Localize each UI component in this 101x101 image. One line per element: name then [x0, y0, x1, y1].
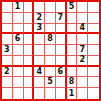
cell-r2c8[interactable]: [77, 13, 88, 24]
cell-r2c9[interactable]: [88, 13, 99, 24]
cell-r8c5[interactable]: 5: [45, 77, 56, 88]
cell-r4c8[interactable]: [77, 34, 88, 45]
cell-r1c8[interactable]: [77, 2, 88, 13]
cell-r5c1[interactable]: 3: [2, 45, 13, 56]
given-digit: 1: [15, 3, 21, 11]
cell-r7c3[interactable]: [24, 67, 35, 78]
cell-r1c1[interactable]: [2, 2, 13, 13]
cell-r7c4[interactable]: 4: [34, 67, 45, 78]
cell-r7c5[interactable]: [45, 67, 56, 78]
cell-r6c6[interactable]: [56, 56, 67, 67]
cell-r1c4[interactable]: [34, 2, 45, 13]
cell-r9c9[interactable]: [88, 88, 99, 99]
cell-r5c8[interactable]: 7: [77, 45, 88, 56]
given-digit: 8: [69, 78, 75, 86]
given-digit: 4: [36, 68, 42, 76]
cell-r1c3[interactable]: [24, 2, 35, 13]
cell-r1c7[interactable]: 5: [67, 2, 78, 13]
cell-r4c3[interactable]: [24, 34, 35, 45]
cell-r3c9[interactable]: [88, 24, 99, 35]
cell-r2c2[interactable]: [13, 13, 24, 24]
cell-r3c6[interactable]: [56, 24, 67, 35]
given-digit: 5: [47, 78, 53, 86]
given-digit: 2: [4, 68, 10, 76]
sudoku-board: 15273468372246581: [0, 0, 101, 101]
cell-r2c6[interactable]: 7: [56, 13, 67, 24]
cell-r7c7[interactable]: [67, 67, 78, 78]
cell-r2c4[interactable]: 2: [34, 13, 45, 24]
cell-r7c9[interactable]: [88, 67, 99, 78]
cell-r8c2[interactable]: [13, 77, 24, 88]
given-digit: 1: [69, 90, 75, 98]
cell-r6c8[interactable]: 2: [77, 56, 88, 67]
cell-r2c1[interactable]: [2, 13, 13, 24]
given-digit: 7: [57, 14, 63, 22]
given-digit: 8: [47, 35, 53, 43]
cell-r5c9[interactable]: [88, 45, 99, 56]
cell-r6c4[interactable]: [34, 56, 45, 67]
cell-r4c9[interactable]: [88, 34, 99, 45]
cell-r9c8[interactable]: [77, 88, 88, 99]
cell-r2c7[interactable]: [67, 13, 78, 24]
cell-r8c3[interactable]: [24, 77, 35, 88]
cell-r3c8[interactable]: 4: [77, 24, 88, 35]
cell-r6c5[interactable]: [45, 56, 56, 67]
given-digit: 3: [36, 24, 42, 32]
cell-r8c9[interactable]: [88, 77, 99, 88]
cell-r5c4[interactable]: [34, 45, 45, 56]
cell-r4c2[interactable]: 6: [13, 34, 24, 45]
cell-r8c7[interactable]: 8: [67, 77, 78, 88]
cell-r3c1[interactable]: [2, 24, 13, 35]
cell-r9c4[interactable]: [34, 88, 45, 99]
cell-r7c8[interactable]: [77, 67, 88, 78]
cell-r7c2[interactable]: [13, 67, 24, 78]
given-digit: 6: [15, 35, 21, 43]
cell-r9c2[interactable]: [13, 88, 24, 99]
cell-r6c3[interactable]: [24, 56, 35, 67]
cell-r4c5[interactable]: 8: [45, 34, 56, 45]
given-digit: 6: [57, 68, 63, 76]
cell-r2c5[interactable]: [45, 13, 56, 24]
given-digit: 3: [4, 46, 10, 54]
cell-r1c2[interactable]: 1: [13, 2, 24, 13]
cell-r1c5[interactable]: [45, 2, 56, 13]
cell-r7c6[interactable]: 6: [56, 67, 67, 78]
cell-r9c3[interactable]: [24, 88, 35, 99]
cell-r9c5[interactable]: [45, 88, 56, 99]
given-digit: 2: [80, 56, 86, 64]
cell-r4c4[interactable]: [34, 34, 45, 45]
cell-r5c6[interactable]: [56, 45, 67, 56]
cell-r3c5[interactable]: [45, 24, 56, 35]
cell-r4c7[interactable]: [67, 34, 78, 45]
cell-r9c1[interactable]: [2, 88, 13, 99]
cell-r5c3[interactable]: [24, 45, 35, 56]
cell-r8c8[interactable]: [77, 77, 88, 88]
cell-r1c9[interactable]: [88, 2, 99, 13]
cell-r4c6[interactable]: [56, 34, 67, 45]
cell-r6c2[interactable]: [13, 56, 24, 67]
cell-r6c1[interactable]: [2, 56, 13, 67]
cell-r3c4[interactable]: 3: [34, 24, 45, 35]
given-digit: 5: [69, 3, 75, 11]
cell-r5c5[interactable]: [45, 45, 56, 56]
cell-r1c6[interactable]: [56, 2, 67, 13]
cell-r9c6[interactable]: [56, 88, 67, 99]
cell-r2c3[interactable]: [24, 13, 35, 24]
cell-r5c7[interactable]: [67, 45, 78, 56]
cell-r4c1[interactable]: [2, 34, 13, 45]
cell-r8c6[interactable]: [56, 77, 67, 88]
cell-r3c7[interactable]: [67, 24, 78, 35]
cell-r6c7[interactable]: [67, 56, 78, 67]
cell-r8c1[interactable]: [2, 77, 13, 88]
cell-r6c9[interactable]: [88, 56, 99, 67]
cell-r9c7[interactable]: 1: [67, 88, 78, 99]
cell-r5c2[interactable]: [13, 45, 24, 56]
cell-r8c4[interactable]: [34, 77, 45, 88]
given-digit: 2: [36, 14, 42, 22]
cell-r3c3[interactable]: [24, 24, 35, 35]
cell-r3c2[interactable]: [13, 24, 24, 35]
given-digit: 4: [80, 24, 86, 32]
cell-r7c1[interactable]: 2: [2, 67, 13, 78]
given-digit: 7: [80, 46, 86, 54]
